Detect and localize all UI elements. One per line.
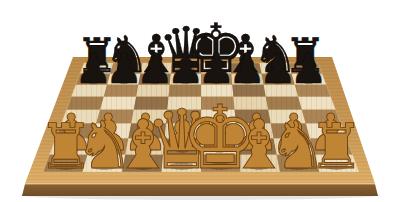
piece-white-rook-h1[interactable]: ♜ <box>309 110 365 183</box>
chess-board: ♜♞♝♛♚♝♞♜♟♟♟♟♟♟♟♟♟♟♟♟♟♟♟♟♜♞♝♛♚♝♞♜ <box>0 0 400 202</box>
chess-set-photo: ♜♞♝♛♚♝♞♜♟♟♟♟♟♟♟♟♟♟♟♟♟♟♟♟♜♞♝♛♚♝♞♜ <box>0 0 400 202</box>
piece-black-pawn-h7[interactable]: ♟ <box>290 44 328 93</box>
